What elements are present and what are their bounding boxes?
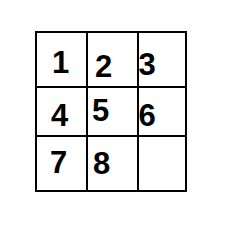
tile-4[interactable]: 4	[37, 88, 86, 135]
tile-8[interactable]: 8	[88, 137, 137, 190]
puzzle-diagram: 1 2 3 4 5 6 7 8	[0, 0, 236, 245]
tile-7-label: 7	[50, 147, 67, 178]
tile-1[interactable]: 1	[37, 33, 86, 86]
tile-6[interactable]: 6	[139, 88, 185, 135]
tile-3[interactable]: 3	[139, 33, 185, 86]
tile-2-label: 2	[95, 51, 112, 82]
tile-3-label: 3	[139, 49, 156, 80]
tile-8-label: 8	[93, 148, 110, 179]
tile-4-label: 4	[51, 100, 68, 131]
tile-7[interactable]: 7	[37, 137, 86, 190]
tile-2[interactable]: 2	[88, 33, 137, 86]
tile-5-label: 5	[92, 95, 109, 126]
tile-1-label: 1	[52, 47, 69, 78]
blank-cell	[139, 137, 185, 190]
tile-6-label: 6	[139, 100, 156, 131]
puzzle-board: 1 2 3 4 5 6 7 8	[35, 31, 187, 192]
tile-5[interactable]: 5	[88, 88, 137, 135]
